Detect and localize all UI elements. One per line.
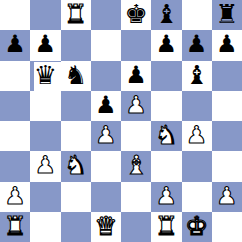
- square-d4[interactable]: ♟: [91, 121, 121, 151]
- chessboard-screenshot: ♜♚♝♜♟♟♟♟♟♛♞♟♝♟♟♟♞♟♟♞♝♟♟♟♜♛♜♚: [0, 0, 242, 242]
- square-g2[interactable]: [182, 182, 212, 212]
- square-f5[interactable]: [151, 91, 181, 121]
- black-queen[interactable]: ♛: [34, 62, 57, 88]
- square-e7[interactable]: [121, 30, 151, 60]
- square-b4[interactable]: [30, 121, 60, 151]
- square-a5[interactable]: [0, 91, 30, 121]
- square-e2[interactable]: [121, 182, 151, 212]
- square-h4[interactable]: [212, 121, 242, 151]
- square-g5[interactable]: [182, 91, 212, 121]
- square-c8[interactable]: ♜: [61, 0, 91, 30]
- white-knight[interactable]: ♞: [64, 152, 87, 178]
- black-pawn[interactable]: ♟: [95, 93, 117, 117]
- black-pawn[interactable]: ♟: [216, 32, 238, 56]
- square-g6[interactable]: ♝: [182, 61, 212, 91]
- square-f8[interactable]: ♝: [151, 0, 181, 30]
- square-e3[interactable]: ♝: [121, 151, 151, 181]
- black-pawn[interactable]: ♟: [156, 32, 178, 56]
- white-rook[interactable]: ♜: [3, 213, 26, 239]
- square-c3[interactable]: ♞: [61, 151, 91, 181]
- square-d5[interactable]: ♟: [91, 91, 121, 121]
- white-bishop[interactable]: ♝: [124, 152, 147, 178]
- black-bishop[interactable]: ♝: [185, 62, 208, 88]
- square-h5[interactable]: [212, 91, 242, 121]
- square-a1[interactable]: ♜: [0, 212, 30, 242]
- square-f4[interactable]: ♞: [151, 121, 181, 151]
- black-king[interactable]: ♚: [124, 1, 147, 27]
- black-knight[interactable]: ♞: [64, 62, 87, 88]
- square-b1[interactable]: [30, 212, 60, 242]
- black-pawn[interactable]: ♟: [186, 32, 208, 56]
- square-a4[interactable]: [0, 121, 30, 151]
- square-c5[interactable]: [61, 91, 91, 121]
- white-pawn[interactable]: ♟: [216, 184, 238, 208]
- chess-board: ♜♚♝♜♟♟♟♟♟♛♞♟♝♟♟♟♞♟♟♞♝♟♟♟♜♛♜♚: [0, 0, 242, 242]
- square-b3[interactable]: ♟: [30, 151, 60, 181]
- square-c7[interactable]: [61, 30, 91, 60]
- square-f2[interactable]: ♟: [151, 182, 181, 212]
- square-e1[interactable]: [121, 212, 151, 242]
- black-bishop[interactable]: ♝: [155, 1, 178, 27]
- square-d1[interactable]: ♛: [91, 212, 121, 242]
- white-king[interactable]: ♚: [185, 213, 208, 239]
- white-pawn[interactable]: ♟: [125, 93, 147, 117]
- square-e5[interactable]: ♟: [121, 91, 151, 121]
- square-d7[interactable]: [91, 30, 121, 60]
- square-f6[interactable]: [151, 61, 181, 91]
- square-a8[interactable]: [0, 0, 30, 30]
- square-b6[interactable]: ♛: [30, 61, 60, 91]
- square-f1[interactable]: ♜: [151, 212, 181, 242]
- square-g8[interactable]: [182, 0, 212, 30]
- square-b2[interactable]: [30, 182, 60, 212]
- square-g4[interactable]: ♟: [182, 121, 212, 151]
- white-queen[interactable]: ♛: [94, 213, 117, 239]
- square-h7[interactable]: ♟: [212, 30, 242, 60]
- square-f7[interactable]: ♟: [151, 30, 181, 60]
- white-pawn[interactable]: ♟: [35, 153, 57, 177]
- square-g3[interactable]: [182, 151, 212, 181]
- black-pawn[interactable]: ♟: [4, 32, 26, 56]
- square-b5[interactable]: [30, 91, 60, 121]
- square-a7[interactable]: ♟: [0, 30, 30, 60]
- square-h2[interactable]: ♟: [212, 182, 242, 212]
- white-pawn[interactable]: ♟: [95, 123, 117, 147]
- square-c1[interactable]: [61, 212, 91, 242]
- white-rook[interactable]: ♜: [64, 1, 87, 27]
- square-h6[interactable]: [212, 61, 242, 91]
- white-pawn[interactable]: ♟: [4, 184, 26, 208]
- square-d3[interactable]: [91, 151, 121, 181]
- square-d8[interactable]: [91, 0, 121, 30]
- square-c2[interactable]: [61, 182, 91, 212]
- square-d2[interactable]: [91, 182, 121, 212]
- square-b7[interactable]: ♟: [30, 30, 60, 60]
- square-c4[interactable]: [61, 121, 91, 151]
- white-pawn[interactable]: ♟: [156, 184, 178, 208]
- square-e6[interactable]: ♟: [121, 61, 151, 91]
- black-pawn[interactable]: ♟: [35, 32, 57, 56]
- white-rook[interactable]: ♜: [155, 213, 178, 239]
- square-c6[interactable]: ♞: [61, 61, 91, 91]
- white-knight[interactable]: ♞: [155, 122, 178, 148]
- square-g1[interactable]: ♚: [182, 212, 212, 242]
- square-h8[interactable]: ♜: [212, 0, 242, 30]
- black-pawn[interactable]: ♟: [125, 63, 147, 87]
- square-f3[interactable]: [151, 151, 181, 181]
- square-e8[interactable]: ♚: [121, 0, 151, 30]
- square-a2[interactable]: ♟: [0, 182, 30, 212]
- square-e4[interactable]: [121, 121, 151, 151]
- square-a6[interactable]: [0, 61, 30, 91]
- white-pawn[interactable]: ♟: [186, 123, 208, 147]
- square-h1[interactable]: [212, 212, 242, 242]
- square-d6[interactable]: [91, 61, 121, 91]
- square-h3[interactable]: [212, 151, 242, 181]
- square-a3[interactable]: [0, 151, 30, 181]
- square-b8[interactable]: [30, 0, 60, 30]
- black-rook[interactable]: ♜: [215, 1, 238, 27]
- square-g7[interactable]: ♟: [182, 30, 212, 60]
